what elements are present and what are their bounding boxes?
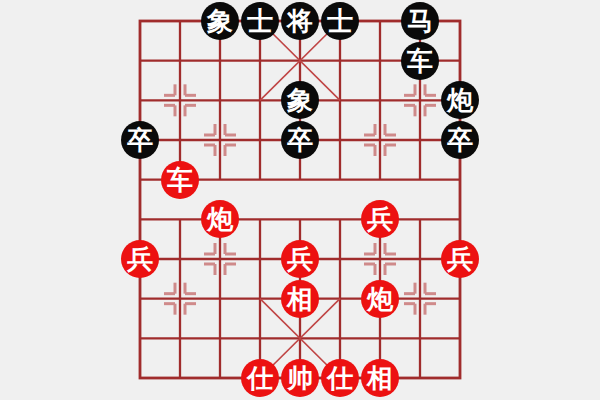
piece-black-elephant[interactable]: 象 [281, 81, 319, 119]
piece-red-pawn[interactable]: 兵 [361, 200, 399, 238]
piece-red-pawn[interactable]: 兵 [441, 240, 479, 278]
piece-red-pawn[interactable]: 兵 [281, 240, 319, 278]
piece-black-king[interactable]: 将 [281, 2, 319, 40]
piece-red-chariot[interactable]: 车 [161, 161, 199, 199]
piece-black-advisor[interactable]: 士 [321, 2, 359, 40]
piece-black-elephant[interactable]: 象 [201, 2, 239, 40]
piece-red-elephant[interactable]: 相 [361, 359, 399, 397]
pieces-layer: 象士将士马车象炮卒卒卒车炮兵兵兵兵相炮仕帅仕相 [0, 0, 600, 400]
xiangqi-board[interactable]: 象士将士马车象炮卒卒卒车炮兵兵兵兵相炮仕帅仕相 [0, 0, 600, 400]
piece-red-pawn[interactable]: 兵 [121, 240, 159, 278]
piece-black-pawn[interactable]: 卒 [441, 121, 479, 159]
piece-red-elephant[interactable]: 相 [281, 280, 319, 318]
piece-black-cannon[interactable]: 炮 [441, 81, 479, 119]
piece-black-advisor[interactable]: 士 [241, 2, 279, 40]
piece-black-knight[interactable]: 马 [401, 2, 439, 40]
piece-black-pawn[interactable]: 卒 [281, 121, 319, 159]
piece-red-cannon[interactable]: 炮 [361, 280, 399, 318]
piece-black-pawn[interactable]: 卒 [121, 121, 159, 159]
piece-red-advisor[interactable]: 仕 [241, 359, 279, 397]
piece-red-cannon[interactable]: 炮 [201, 200, 239, 238]
piece-black-chariot[interactable]: 车 [401, 42, 439, 80]
piece-red-king[interactable]: 帅 [281, 359, 319, 397]
piece-red-advisor[interactable]: 仕 [321, 359, 359, 397]
